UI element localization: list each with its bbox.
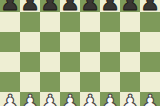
black-pawn[interactable]: ♟ bbox=[60, 0, 80, 13]
black-pawn[interactable]: ♟ bbox=[100, 0, 120, 13]
square-b6[interactable] bbox=[20, 12, 40, 32]
square-e5[interactable] bbox=[80, 32, 100, 52]
square-f5[interactable] bbox=[100, 32, 120, 52]
black-pawn[interactable]: ♟ bbox=[40, 0, 60, 13]
square-e7[interactable]: ♟ bbox=[80, 0, 100, 12]
square-g2[interactable]: ♟ bbox=[120, 92, 140, 106]
square-e4[interactable] bbox=[80, 52, 100, 72]
square-d4[interactable] bbox=[60, 52, 80, 72]
square-g4[interactable] bbox=[120, 52, 140, 72]
black-pawn[interactable]: ♟ bbox=[140, 0, 160, 13]
square-a2[interactable]: ♟ bbox=[0, 92, 20, 106]
square-d5[interactable] bbox=[60, 32, 80, 52]
square-c5[interactable] bbox=[40, 32, 60, 52]
square-c7[interactable]: ♟ bbox=[40, 0, 60, 12]
square-c4[interactable] bbox=[40, 52, 60, 72]
square-g5[interactable] bbox=[120, 32, 140, 52]
board-viewport: ♟♟♟♟♟♟♟♟♟♟♟♟♟♟♟♟ bbox=[0, 0, 160, 106]
white-pawn[interactable]: ♟ bbox=[60, 93, 80, 107]
square-b5[interactable] bbox=[20, 32, 40, 52]
square-a4[interactable] bbox=[0, 52, 20, 72]
black-pawn[interactable]: ♟ bbox=[20, 0, 40, 13]
square-e2[interactable]: ♟ bbox=[80, 92, 100, 106]
square-e6[interactable] bbox=[80, 12, 100, 32]
black-pawn[interactable]: ♟ bbox=[80, 0, 100, 13]
square-b7[interactable]: ♟ bbox=[20, 0, 40, 12]
square-f4[interactable] bbox=[100, 52, 120, 72]
square-d6[interactable] bbox=[60, 12, 80, 32]
black-pawn[interactable]: ♟ bbox=[120, 0, 140, 13]
white-pawn[interactable]: ♟ bbox=[140, 93, 160, 107]
square-h7[interactable]: ♟ bbox=[140, 0, 160, 12]
square-c6[interactable] bbox=[40, 12, 60, 32]
square-h6[interactable] bbox=[140, 12, 160, 32]
square-d2[interactable]: ♟ bbox=[60, 92, 80, 106]
chess-board: ♟♟♟♟♟♟♟♟♟♟♟♟♟♟♟♟ bbox=[0, 0, 160, 106]
white-pawn[interactable]: ♟ bbox=[100, 93, 120, 107]
square-b4[interactable] bbox=[20, 52, 40, 72]
square-c2[interactable]: ♟ bbox=[40, 92, 60, 106]
square-f6[interactable] bbox=[100, 12, 120, 32]
square-d7[interactable]: ♟ bbox=[60, 0, 80, 12]
white-pawn[interactable]: ♟ bbox=[40, 93, 60, 107]
square-g6[interactable] bbox=[120, 12, 140, 32]
square-f2[interactable]: ♟ bbox=[100, 92, 120, 106]
white-pawn[interactable]: ♟ bbox=[0, 93, 20, 107]
black-pawn[interactable]: ♟ bbox=[0, 0, 20, 13]
white-pawn[interactable]: ♟ bbox=[120, 93, 140, 107]
square-h4[interactable] bbox=[140, 52, 160, 72]
square-h2[interactable]: ♟ bbox=[140, 92, 160, 106]
square-a7[interactable]: ♟ bbox=[0, 0, 20, 12]
white-pawn[interactable]: ♟ bbox=[20, 93, 40, 107]
square-g7[interactable]: ♟ bbox=[120, 0, 140, 12]
white-pawn[interactable]: ♟ bbox=[80, 93, 100, 107]
square-b2[interactable]: ♟ bbox=[20, 92, 40, 106]
square-a5[interactable] bbox=[0, 32, 20, 52]
square-h5[interactable] bbox=[140, 32, 160, 52]
square-f7[interactable]: ♟ bbox=[100, 0, 120, 12]
square-a6[interactable] bbox=[0, 12, 20, 32]
